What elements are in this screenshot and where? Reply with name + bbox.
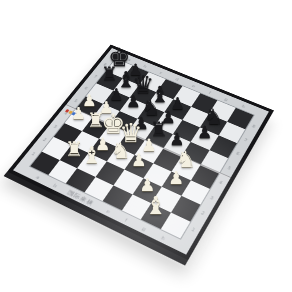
file-label: f <box>124 217 128 222</box>
file-label: g <box>141 226 147 232</box>
file-label: e <box>105 209 111 214</box>
file-label: b <box>52 183 58 188</box>
rank-label: 3 <box>209 195 214 200</box>
file-label: b <box>143 64 148 68</box>
rank-label: 8 <box>251 124 256 129</box>
rank-label: 6 <box>83 86 88 90</box>
file-label: d <box>175 77 180 81</box>
file-label: c <box>159 71 163 75</box>
file-label: a <box>127 58 132 62</box>
checker-grid <box>30 59 253 239</box>
file-label: h <box>241 104 246 108</box>
rank-label: 8 <box>102 63 107 67</box>
rank-label: 1 <box>31 151 37 156</box>
rank-label: 7 <box>93 74 98 78</box>
product-photo: abcdefgh abcdefgh 87654321 87654321 国际象棋… <box>0 0 292 292</box>
rank-label: 3 <box>52 124 57 129</box>
file-label: a <box>35 175 41 180</box>
chessboard: abcdefgh abcdefgh 87654321 87654321 国际象棋 <box>7 45 274 261</box>
rank-label: 7 <box>243 138 248 143</box>
rank-label: 6 <box>235 151 240 156</box>
file-label: g <box>224 97 229 101</box>
rank-label: 1 <box>190 227 196 233</box>
rank-label: 2 <box>42 138 47 143</box>
rank-label: 5 <box>73 99 78 103</box>
rank-label: 4 <box>218 180 223 185</box>
rank-label: 5 <box>227 166 232 171</box>
file-label: e <box>191 84 196 88</box>
file-label: f <box>208 91 212 95</box>
rank-label: 2 <box>200 211 205 217</box>
file-label: h <box>160 235 166 241</box>
